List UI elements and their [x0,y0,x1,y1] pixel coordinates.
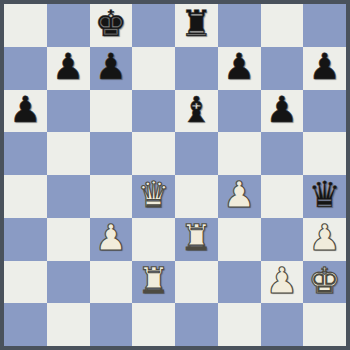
black-bishop-e6[interactable]: ♝ [180,92,212,128]
black-pawn-g6[interactable]: ♟ [266,92,298,128]
square-b2[interactable] [47,261,90,304]
square-e7[interactable] [175,47,218,90]
square-g3[interactable] [261,218,304,261]
white-pawn-f4[interactable]: ♟ [223,177,255,213]
black-pawn-c7[interactable]: ♟ [95,49,127,85]
square-b5[interactable] [47,132,90,175]
white-queen-d4[interactable]: ♛ [137,177,169,213]
black-pawn-b7[interactable]: ♟ [52,49,84,85]
square-g6[interactable]: ♟ [261,90,304,133]
square-h8[interactable] [303,4,346,47]
square-g2[interactable]: ♟ [261,261,304,304]
square-d6[interactable] [132,90,175,133]
square-d4[interactable]: ♛ [132,175,175,218]
square-e3[interactable]: ♜ [175,218,218,261]
square-g4[interactable] [261,175,304,218]
square-e5[interactable] [175,132,218,175]
square-h4[interactable]: ♛ [303,175,346,218]
square-c5[interactable] [90,132,133,175]
square-b7[interactable]: ♟ [47,47,90,90]
square-d2[interactable]: ♜ [132,261,175,304]
chess-board: ♚♜♟♟♟♟♟♝♟♛♟♛♟♜♟♜♟♚ [4,4,346,346]
square-c3[interactable]: ♟ [90,218,133,261]
square-a5[interactable] [4,132,47,175]
black-pawn-a6[interactable]: ♟ [9,92,41,128]
square-a4[interactable] [4,175,47,218]
square-h3[interactable]: ♟ [303,218,346,261]
black-pawn-h7[interactable]: ♟ [308,49,340,85]
square-f7[interactable]: ♟ [218,47,261,90]
square-g1[interactable] [261,303,304,346]
square-h1[interactable] [303,303,346,346]
square-f3[interactable] [218,218,261,261]
black-rook-e8[interactable]: ♜ [180,6,212,42]
square-f1[interactable] [218,303,261,346]
square-f4[interactable]: ♟ [218,175,261,218]
square-c2[interactable] [90,261,133,304]
square-d8[interactable] [132,4,175,47]
white-rook-d2[interactable]: ♜ [137,263,169,299]
square-e2[interactable] [175,261,218,304]
square-a1[interactable] [4,303,47,346]
square-h6[interactable] [303,90,346,133]
square-f8[interactable] [218,4,261,47]
square-c6[interactable] [90,90,133,133]
square-f6[interactable] [218,90,261,133]
black-pawn-f7[interactable]: ♟ [223,49,255,85]
square-f5[interactable] [218,132,261,175]
white-pawn-g2[interactable]: ♟ [266,263,298,299]
square-b8[interactable] [47,4,90,47]
square-h7[interactable]: ♟ [303,47,346,90]
square-a6[interactable]: ♟ [4,90,47,133]
square-b3[interactable] [47,218,90,261]
square-f2[interactable] [218,261,261,304]
square-c1[interactable] [90,303,133,346]
square-d7[interactable] [132,47,175,90]
square-a7[interactable] [4,47,47,90]
square-c7[interactable]: ♟ [90,47,133,90]
square-e8[interactable]: ♜ [175,4,218,47]
black-king-c8[interactable]: ♚ [95,6,127,42]
white-pawn-c3[interactable]: ♟ [95,220,127,256]
square-b1[interactable] [47,303,90,346]
square-h2[interactable]: ♚ [303,261,346,304]
square-a2[interactable] [4,261,47,304]
square-a8[interactable] [4,4,47,47]
square-g8[interactable] [261,4,304,47]
square-e1[interactable] [175,303,218,346]
board-frame: ♚♜♟♟♟♟♟♝♟♛♟♛♟♜♟♜♟♚ [0,0,350,350]
white-rook-e3[interactable]: ♜ [180,220,212,256]
white-pawn-h3[interactable]: ♟ [308,220,340,256]
square-b4[interactable] [47,175,90,218]
square-g7[interactable] [261,47,304,90]
square-g5[interactable] [261,132,304,175]
square-e4[interactable] [175,175,218,218]
square-d1[interactable] [132,303,175,346]
square-a3[interactable] [4,218,47,261]
square-h5[interactable] [303,132,346,175]
black-queen-h4[interactable]: ♛ [308,177,340,213]
square-d3[interactable] [132,218,175,261]
square-c4[interactable] [90,175,133,218]
square-e6[interactable]: ♝ [175,90,218,133]
white-king-h2[interactable]: ♚ [308,263,340,299]
square-b6[interactable] [47,90,90,133]
square-c8[interactable]: ♚ [90,4,133,47]
square-d5[interactable] [132,132,175,175]
